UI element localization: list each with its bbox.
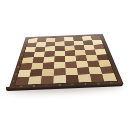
product-photo: abcdefgh 87654321 xyxy=(0,0,130,130)
file-label-g: g xyxy=(91,81,105,85)
file-label-h: h xyxy=(104,81,118,85)
chessboard: abcdefgh 87654321 xyxy=(8,34,123,89)
file-label-c: c xyxy=(40,83,53,87)
file-label-b: b xyxy=(27,84,40,88)
file-label-d: d xyxy=(53,83,66,87)
file-label-e: e xyxy=(66,82,79,86)
file-label-f: f xyxy=(79,82,92,86)
board-frame: abcdefgh 87654321 xyxy=(8,34,123,89)
file-label-a: a xyxy=(14,84,28,88)
squares xyxy=(15,36,117,85)
